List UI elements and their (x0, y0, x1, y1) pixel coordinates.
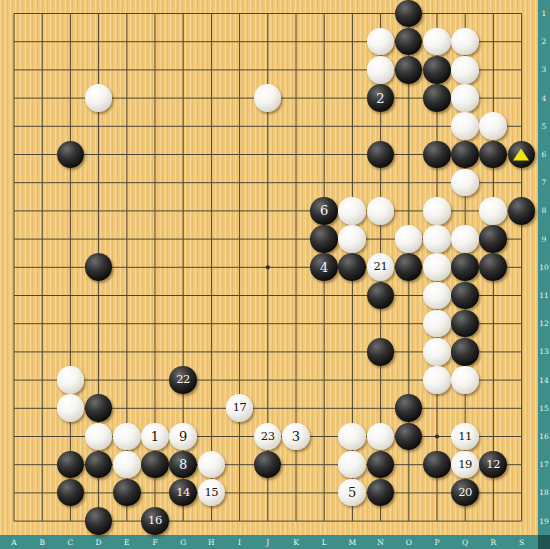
intersection-K4[interactable] (282, 84, 310, 112)
intersection-F15[interactable] (141, 394, 169, 422)
intersection-N10[interactable]: 21 (366, 253, 394, 281)
intersection-G3[interactable] (169, 56, 197, 84)
intersection-H19[interactable] (197, 507, 225, 535)
intersection-J19[interactable] (254, 507, 282, 535)
intersection-K13[interactable] (282, 338, 310, 366)
intersection-M18[interactable]: 5 (338, 479, 366, 507)
intersection-K11[interactable] (282, 281, 310, 309)
intersection-N8[interactable] (366, 197, 394, 225)
intersection-I17[interactable] (225, 450, 253, 478)
intersection-K5[interactable] (282, 112, 310, 140)
intersection-L2[interactable] (310, 28, 338, 56)
intersection-C5[interactable] (56, 112, 84, 140)
intersection-Q12[interactable] (451, 309, 479, 337)
intersection-F12[interactable] (141, 309, 169, 337)
intersection-E15[interactable] (113, 394, 141, 422)
intersection-A12[interactable] (0, 309, 28, 337)
intersection-I11[interactable] (225, 281, 253, 309)
intersection-S11[interactable] (507, 281, 535, 309)
intersection-K8[interactable] (282, 197, 310, 225)
intersection-I3[interactable] (225, 56, 253, 84)
intersection-Q9[interactable] (451, 225, 479, 253)
intersection-D13[interactable] (84, 338, 112, 366)
intersection-B5[interactable] (28, 112, 56, 140)
intersection-P8[interactable] (423, 197, 451, 225)
intersection-F9[interactable] (141, 225, 169, 253)
intersection-N3[interactable] (366, 56, 394, 84)
intersection-K17[interactable] (282, 450, 310, 478)
intersection-N13[interactable] (366, 338, 394, 366)
intersection-N11[interactable] (366, 281, 394, 309)
intersection-C10[interactable] (56, 253, 84, 281)
intersection-M11[interactable] (338, 281, 366, 309)
intersection-C7[interactable] (56, 169, 84, 197)
intersection-N18[interactable] (366, 479, 394, 507)
intersection-S10[interactable] (507, 253, 535, 281)
intersection-P14[interactable] (423, 366, 451, 394)
intersection-E9[interactable] (113, 225, 141, 253)
intersection-E12[interactable] (113, 309, 141, 337)
intersection-D10[interactable] (84, 253, 112, 281)
intersection-P17[interactable] (423, 450, 451, 478)
intersection-H11[interactable] (197, 281, 225, 309)
intersection-M8[interactable] (338, 197, 366, 225)
intersection-O15[interactable] (395, 394, 423, 422)
intersection-I15[interactable]: 17 (225, 394, 253, 422)
intersection-E14[interactable] (113, 366, 141, 394)
intersection-Q17[interactable]: 19 (451, 450, 479, 478)
intersection-J4[interactable] (254, 84, 282, 112)
intersection-S17[interactable] (507, 450, 535, 478)
intersection-J9[interactable] (254, 225, 282, 253)
intersection-H5[interactable] (197, 112, 225, 140)
intersection-E5[interactable] (113, 112, 141, 140)
intersection-E2[interactable] (113, 28, 141, 56)
intersection-N15[interactable] (366, 394, 394, 422)
intersection-D18[interactable] (84, 479, 112, 507)
intersection-O6[interactable] (395, 140, 423, 168)
intersection-I18[interactable] (225, 479, 253, 507)
intersection-L6[interactable] (310, 140, 338, 168)
intersection-D15[interactable] (84, 394, 112, 422)
intersection-I14[interactable] (225, 366, 253, 394)
intersection-J16[interactable]: 23 (254, 422, 282, 450)
intersection-M6[interactable] (338, 140, 366, 168)
intersection-K1[interactable] (282, 0, 310, 28)
intersection-R13[interactable] (479, 338, 507, 366)
intersection-E19[interactable] (113, 507, 141, 535)
intersection-D8[interactable] (84, 197, 112, 225)
intersection-P10[interactable] (423, 253, 451, 281)
intersection-H14[interactable] (197, 366, 225, 394)
intersection-L3[interactable] (310, 56, 338, 84)
intersection-J3[interactable] (254, 56, 282, 84)
intersection-M9[interactable] (338, 225, 366, 253)
intersection-J1[interactable] (254, 0, 282, 28)
intersection-G5[interactable] (169, 112, 197, 140)
intersection-I10[interactable] (225, 253, 253, 281)
intersection-O16[interactable] (395, 422, 423, 450)
intersection-J10[interactable] (254, 253, 282, 281)
intersection-O4[interactable] (395, 84, 423, 112)
intersection-S13[interactable] (507, 338, 535, 366)
intersection-K14[interactable] (282, 366, 310, 394)
intersection-R15[interactable] (479, 394, 507, 422)
intersection-D5[interactable] (84, 112, 112, 140)
intersection-P16[interactable] (423, 422, 451, 450)
intersection-J17[interactable] (254, 450, 282, 478)
intersection-F19[interactable]: 16 (141, 507, 169, 535)
intersection-L4[interactable] (310, 84, 338, 112)
intersection-G10[interactable] (169, 253, 197, 281)
intersection-K19[interactable] (282, 507, 310, 535)
intersection-A4[interactable] (0, 84, 28, 112)
intersection-K12[interactable] (282, 309, 310, 337)
intersection-C1[interactable] (56, 0, 84, 28)
intersection-R3[interactable] (479, 56, 507, 84)
intersection-P9[interactable] (423, 225, 451, 253)
intersection-F7[interactable] (141, 169, 169, 197)
intersection-M17[interactable] (338, 450, 366, 478)
intersection-A15[interactable] (0, 394, 28, 422)
intersection-I7[interactable] (225, 169, 253, 197)
intersection-B17[interactable] (28, 450, 56, 478)
intersection-F3[interactable] (141, 56, 169, 84)
intersection-C15[interactable] (56, 394, 84, 422)
intersection-I16[interactable] (225, 422, 253, 450)
intersection-A1[interactable] (0, 0, 28, 28)
intersection-E13[interactable] (113, 338, 141, 366)
intersection-D17[interactable] (84, 450, 112, 478)
intersection-E6[interactable] (113, 140, 141, 168)
intersection-L11[interactable] (310, 281, 338, 309)
intersection-P11[interactable] (423, 281, 451, 309)
intersection-I13[interactable] (225, 338, 253, 366)
intersection-G15[interactable] (169, 394, 197, 422)
intersection-B6[interactable] (28, 140, 56, 168)
intersection-H4[interactable] (197, 84, 225, 112)
intersection-O17[interactable] (395, 450, 423, 478)
intersection-P12[interactable] (423, 309, 451, 337)
intersection-M1[interactable] (338, 0, 366, 28)
intersection-R4[interactable] (479, 84, 507, 112)
intersection-J12[interactable] (254, 309, 282, 337)
intersection-I5[interactable] (225, 112, 253, 140)
intersection-B14[interactable] (28, 366, 56, 394)
intersection-F13[interactable] (141, 338, 169, 366)
intersection-P19[interactable] (423, 507, 451, 535)
intersection-N9[interactable] (366, 225, 394, 253)
intersection-S18[interactable] (507, 479, 535, 507)
intersection-N7[interactable] (366, 169, 394, 197)
intersection-N1[interactable] (366, 0, 394, 28)
intersection-M16[interactable] (338, 422, 366, 450)
intersection-C16[interactable] (56, 422, 84, 450)
intersection-O14[interactable] (395, 366, 423, 394)
intersection-S19[interactable] (507, 507, 535, 535)
intersection-Q6[interactable] (451, 140, 479, 168)
intersection-A10[interactable] (0, 253, 28, 281)
intersection-H12[interactable] (197, 309, 225, 337)
intersection-M14[interactable] (338, 366, 366, 394)
intersection-C3[interactable] (56, 56, 84, 84)
intersection-G4[interactable] (169, 84, 197, 112)
intersection-M2[interactable] (338, 28, 366, 56)
intersection-P3[interactable] (423, 56, 451, 84)
intersection-C9[interactable] (56, 225, 84, 253)
intersection-J8[interactable] (254, 197, 282, 225)
intersection-S3[interactable] (507, 56, 535, 84)
intersection-K10[interactable] (282, 253, 310, 281)
intersection-M12[interactable] (338, 309, 366, 337)
intersection-Q11[interactable] (451, 281, 479, 309)
intersection-R2[interactable] (479, 28, 507, 56)
intersection-I6[interactable] (225, 140, 253, 168)
intersection-S5[interactable] (507, 112, 535, 140)
intersection-N17[interactable] (366, 450, 394, 478)
intersection-L10[interactable]: 4 (310, 253, 338, 281)
intersection-B10[interactable] (28, 253, 56, 281)
intersection-J6[interactable] (254, 140, 282, 168)
intersection-A16[interactable] (0, 422, 28, 450)
intersection-F4[interactable] (141, 84, 169, 112)
intersection-E3[interactable] (113, 56, 141, 84)
intersection-B9[interactable] (28, 225, 56, 253)
intersection-J14[interactable] (254, 366, 282, 394)
intersection-G9[interactable] (169, 225, 197, 253)
intersection-N2[interactable] (366, 28, 394, 56)
intersection-G16[interactable]: 9 (169, 422, 197, 450)
intersection-Q19[interactable] (451, 507, 479, 535)
intersection-C18[interactable] (56, 479, 84, 507)
intersection-K7[interactable] (282, 169, 310, 197)
intersection-M5[interactable] (338, 112, 366, 140)
intersection-R11[interactable] (479, 281, 507, 309)
intersection-J18[interactable] (254, 479, 282, 507)
intersection-G6[interactable] (169, 140, 197, 168)
intersection-D12[interactable] (84, 309, 112, 337)
intersection-H3[interactable] (197, 56, 225, 84)
intersection-I8[interactable] (225, 197, 253, 225)
intersection-N6[interactable] (366, 140, 394, 168)
intersection-I9[interactable] (225, 225, 253, 253)
intersection-A18[interactable] (0, 479, 28, 507)
intersection-O1[interactable] (395, 0, 423, 28)
intersection-Q1[interactable] (451, 0, 479, 28)
intersection-A11[interactable] (0, 281, 28, 309)
intersection-G7[interactable] (169, 169, 197, 197)
intersection-B19[interactable] (28, 507, 56, 535)
intersection-I12[interactable] (225, 309, 253, 337)
intersection-Q5[interactable] (451, 112, 479, 140)
intersection-G18[interactable]: 14 (169, 479, 197, 507)
intersection-N5[interactable] (366, 112, 394, 140)
intersection-P2[interactable] (423, 28, 451, 56)
intersection-H17[interactable] (197, 450, 225, 478)
intersection-J2[interactable] (254, 28, 282, 56)
intersection-L9[interactable] (310, 225, 338, 253)
intersection-M10[interactable] (338, 253, 366, 281)
intersection-A13[interactable] (0, 338, 28, 366)
intersection-H13[interactable] (197, 338, 225, 366)
intersection-F8[interactable] (141, 197, 169, 225)
intersection-F11[interactable] (141, 281, 169, 309)
intersection-H9[interactable] (197, 225, 225, 253)
intersection-G11[interactable] (169, 281, 197, 309)
intersection-L8[interactable]: 6 (310, 197, 338, 225)
intersection-L1[interactable] (310, 0, 338, 28)
intersection-Q7[interactable] (451, 169, 479, 197)
intersection-P13[interactable] (423, 338, 451, 366)
intersection-M19[interactable] (338, 507, 366, 535)
intersection-F2[interactable] (141, 28, 169, 56)
intersection-G2[interactable] (169, 28, 197, 56)
intersection-N12[interactable] (366, 309, 394, 337)
intersection-Q15[interactable] (451, 394, 479, 422)
intersection-O13[interactable] (395, 338, 423, 366)
intersection-G8[interactable] (169, 197, 197, 225)
intersection-C19[interactable] (56, 507, 84, 535)
intersection-A3[interactable] (0, 56, 28, 84)
intersection-D11[interactable] (84, 281, 112, 309)
intersection-O5[interactable] (395, 112, 423, 140)
intersection-A17[interactable] (0, 450, 28, 478)
intersection-A14[interactable] (0, 366, 28, 394)
intersection-Q13[interactable] (451, 338, 479, 366)
intersection-Q8[interactable] (451, 197, 479, 225)
intersection-D4[interactable] (84, 84, 112, 112)
intersection-M3[interactable] (338, 56, 366, 84)
intersection-G13[interactable] (169, 338, 197, 366)
intersection-D2[interactable] (84, 28, 112, 56)
intersection-S1[interactable] (507, 0, 535, 28)
intersection-R12[interactable] (479, 309, 507, 337)
intersection-B13[interactable] (28, 338, 56, 366)
intersection-L12[interactable] (310, 309, 338, 337)
intersection-O11[interactable] (395, 281, 423, 309)
intersection-S4[interactable] (507, 84, 535, 112)
intersection-N19[interactable] (366, 507, 394, 535)
intersection-G17[interactable]: 8 (169, 450, 197, 478)
intersection-C13[interactable] (56, 338, 84, 366)
intersection-K15[interactable] (282, 394, 310, 422)
intersection-E17[interactable] (113, 450, 141, 478)
intersection-A19[interactable] (0, 507, 28, 535)
intersection-F1[interactable] (141, 0, 169, 28)
intersection-A5[interactable] (0, 112, 28, 140)
intersection-D9[interactable] (84, 225, 112, 253)
intersection-K6[interactable] (282, 140, 310, 168)
intersection-G19[interactable] (169, 507, 197, 535)
intersection-Q10[interactable] (451, 253, 479, 281)
intersection-A7[interactable] (0, 169, 28, 197)
intersection-B15[interactable] (28, 394, 56, 422)
intersection-E4[interactable] (113, 84, 141, 112)
intersection-A9[interactable] (0, 225, 28, 253)
intersection-B7[interactable] (28, 169, 56, 197)
intersection-O18[interactable] (395, 479, 423, 507)
intersection-F5[interactable] (141, 112, 169, 140)
intersection-S12[interactable] (507, 309, 535, 337)
intersection-K2[interactable] (282, 28, 310, 56)
intersection-R5[interactable] (479, 112, 507, 140)
intersection-K18[interactable] (282, 479, 310, 507)
intersection-I19[interactable] (225, 507, 253, 535)
intersection-Q18[interactable]: 20 (451, 479, 479, 507)
intersection-O2[interactable] (395, 28, 423, 56)
intersection-O8[interactable] (395, 197, 423, 225)
intersection-D16[interactable] (84, 422, 112, 450)
intersection-C4[interactable] (56, 84, 84, 112)
intersection-H18[interactable]: 15 (197, 479, 225, 507)
intersection-N4[interactable]: 2 (366, 84, 394, 112)
intersection-S6[interactable] (507, 140, 535, 168)
intersection-L15[interactable] (310, 394, 338, 422)
intersection-I1[interactable] (225, 0, 253, 28)
intersection-P15[interactable] (423, 394, 451, 422)
intersection-L14[interactable] (310, 366, 338, 394)
intersection-E10[interactable] (113, 253, 141, 281)
intersection-L5[interactable] (310, 112, 338, 140)
intersection-M13[interactable] (338, 338, 366, 366)
intersection-J15[interactable] (254, 394, 282, 422)
intersection-B3[interactable] (28, 56, 56, 84)
intersection-F18[interactable] (141, 479, 169, 507)
intersection-O19[interactable] (395, 507, 423, 535)
intersection-C17[interactable] (56, 450, 84, 478)
intersection-E11[interactable] (113, 281, 141, 309)
intersection-D14[interactable] (84, 366, 112, 394)
intersection-D3[interactable] (84, 56, 112, 84)
intersection-F10[interactable] (141, 253, 169, 281)
intersection-C14[interactable] (56, 366, 84, 394)
intersection-F17[interactable] (141, 450, 169, 478)
intersection-D1[interactable] (84, 0, 112, 28)
intersection-S14[interactable] (507, 366, 535, 394)
intersection-A2[interactable] (0, 28, 28, 56)
intersection-O10[interactable] (395, 253, 423, 281)
intersection-B18[interactable] (28, 479, 56, 507)
intersection-G12[interactable] (169, 309, 197, 337)
intersection-P5[interactable] (423, 112, 451, 140)
intersection-C8[interactable] (56, 197, 84, 225)
intersection-I4[interactable] (225, 84, 253, 112)
intersection-H6[interactable] (197, 140, 225, 168)
intersection-R17[interactable]: 12 (479, 450, 507, 478)
intersection-S2[interactable] (507, 28, 535, 56)
intersection-Q16[interactable]: 11 (451, 422, 479, 450)
intersection-A6[interactable] (0, 140, 28, 168)
intersection-B2[interactable] (28, 28, 56, 56)
intersection-E18[interactable] (113, 479, 141, 507)
intersection-Q14[interactable] (451, 366, 479, 394)
intersection-Q2[interactable] (451, 28, 479, 56)
intersection-R14[interactable] (479, 366, 507, 394)
intersection-R10[interactable] (479, 253, 507, 281)
intersection-L17[interactable] (310, 450, 338, 478)
intersection-K9[interactable] (282, 225, 310, 253)
intersection-R9[interactable] (479, 225, 507, 253)
intersection-C11[interactable] (56, 281, 84, 309)
intersection-R8[interactable] (479, 197, 507, 225)
intersection-R6[interactable] (479, 140, 507, 168)
intersection-Q4[interactable] (451, 84, 479, 112)
intersection-G14[interactable]: 22 (169, 366, 197, 394)
intersection-O7[interactable] (395, 169, 423, 197)
intersection-D7[interactable] (84, 169, 112, 197)
intersection-R16[interactable] (479, 422, 507, 450)
intersection-H16[interactable] (197, 422, 225, 450)
